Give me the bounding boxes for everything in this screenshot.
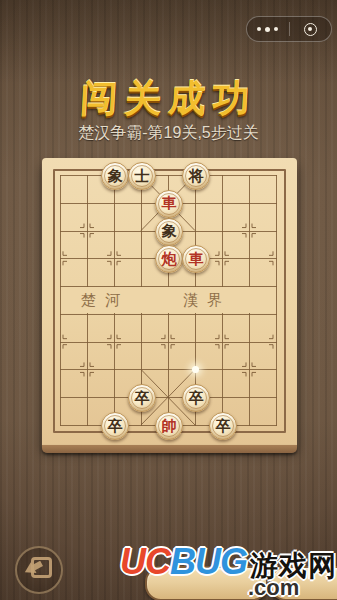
piece-glyph: 卒 (189, 391, 204, 406)
piece-glyph: 炮 (162, 252, 177, 267)
page-title: 闯关成功 (0, 74, 337, 124)
piece-black-卒[interactable]: 卒 (128, 384, 156, 412)
piece-glyph: 車 (189, 252, 204, 267)
piece-glyph: 卒 (108, 419, 123, 434)
exit-button[interactable] (290, 17, 332, 41)
wechat-capsule (246, 16, 332, 42)
piece-glyph: 象 (108, 169, 123, 184)
river-label-right: 漢界 (183, 291, 231, 310)
river-band: 楚河 漢界 (61, 287, 276, 313)
piece-black-卒[interactable]: 卒 (209, 412, 237, 440)
piece-red-車[interactable]: 車 (155, 190, 183, 218)
river-label-left: 楚河 (81, 291, 129, 310)
piece-black-卒[interactable]: 卒 (182, 384, 210, 412)
piece-black-象[interactable]: 象 (101, 162, 129, 190)
piece-glyph: 象 (162, 224, 177, 239)
piece-glyph: 士 (135, 169, 150, 184)
piece-red-炮[interactable]: 炮 (155, 245, 183, 273)
piece-glyph: 卒 (135, 391, 150, 406)
xiangqi-board[interactable]: 楚河 漢界 象士将車象炮車卒卒卒帥卒 (42, 158, 297, 445)
footer-right-button[interactable] (270, 566, 337, 600)
more-button[interactable] (247, 17, 289, 41)
piece-glyph: 車 (162, 196, 177, 211)
level-subtitle: 楚汉争霸-第19关,5步过关 (0, 123, 337, 144)
piece-red-帥[interactable]: 帥 (155, 412, 183, 440)
piece-glyph: 帥 (162, 419, 177, 434)
more-dots-icon (257, 27, 278, 32)
footer-left-button[interactable] (145, 566, 268, 600)
back-button[interactable] (15, 546, 63, 594)
piece-black-士[interactable]: 士 (128, 162, 156, 190)
piece-black-卒[interactable]: 卒 (101, 412, 129, 440)
piece-black-将[interactable]: 将 (182, 162, 210, 190)
move-highlight-sparkle (192, 366, 199, 373)
board-grid: 楚河 漢界 象士将車象炮車卒卒卒帥卒 (60, 175, 277, 426)
circle-dot-icon (304, 23, 317, 36)
app-screen: 闯关成功 楚汉争霸-第19关,5步过关 楚河 漢界 象士将車象炮車卒卒卒帥卒 U… (0, 0, 337, 600)
piece-glyph: 卒 (216, 419, 231, 434)
board-bottom-edge (42, 445, 297, 453)
piece-glyph: 将 (189, 169, 204, 184)
piece-black-象[interactable]: 象 (155, 218, 183, 246)
piece-red-車[interactable]: 車 (182, 245, 210, 273)
